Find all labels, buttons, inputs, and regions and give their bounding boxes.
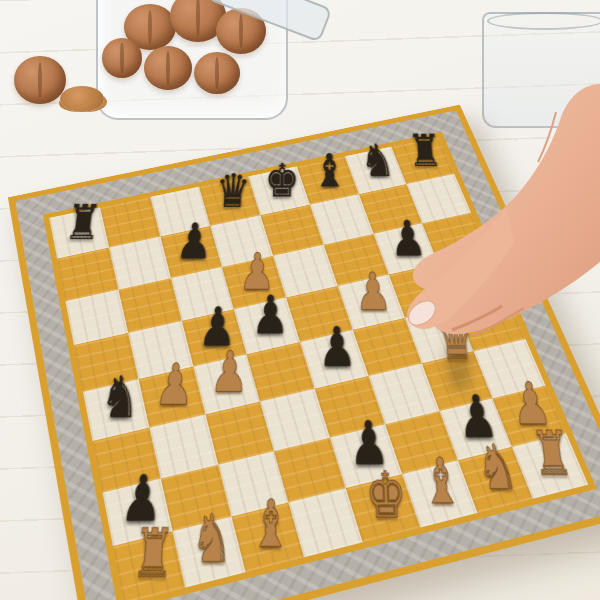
black-rook[interactable]: ♜ [61, 194, 104, 254]
black-pawn[interactable]: ♟ [317, 314, 356, 382]
white-knight[interactable]: ♞ [189, 498, 234, 580]
scene: ♜♛♚♝♞♜♟♟♟♟♟♟♟♞♟♟♟♛♟♟♟♟♜♞♝♚♝♞♜ [0, 0, 600, 600]
white-rook[interactable]: ♜ [129, 513, 177, 597]
drinking-glass [482, 12, 600, 128]
white-knight[interactable]: ♞ [474, 430, 522, 507]
white-queen[interactable]: ♛ [434, 304, 480, 376]
walnut-kernels [60, 86, 104, 112]
walnut [144, 46, 192, 90]
black-pawn[interactable]: ♟ [250, 283, 288, 349]
white-pawn[interactable]: ♟ [354, 260, 393, 324]
white-rook[interactable]: ♜ [527, 416, 576, 492]
white-king[interactable]: ♚ [364, 457, 408, 536]
white-bishop[interactable]: ♝ [249, 484, 291, 565]
black-knight[interactable]: ♞ [97, 363, 142, 435]
walnut [102, 38, 142, 78]
black-king[interactable]: ♚ [264, 153, 299, 210]
white-pawn[interactable]: ♟ [453, 238, 495, 301]
black-rook[interactable]: ♜ [406, 124, 444, 179]
black-pawn[interactable]: ♟ [388, 209, 427, 270]
black-knight[interactable]: ♞ [359, 134, 396, 190]
chess-board-wrap: ♜♛♚♝♞♜♟♟♟♟♟♟♟♞♟♟♟♛♟♟♟♟♜♞♝♚♝♞♜ [8, 105, 600, 600]
white-pawn[interactable]: ♟ [153, 351, 196, 422]
white-bishop[interactable]: ♝ [419, 443, 465, 521]
black-bishop[interactable]: ♝ [312, 144, 347, 200]
black-queen[interactable]: ♛ [214, 163, 251, 221]
white-pawn[interactable]: ♟ [209, 338, 250, 408]
black-pawn[interactable]: ♟ [174, 212, 213, 273]
chess-board: ♜♛♚♝♞♜♟♟♟♟♟♟♟♞♟♟♟♛♟♟♟♟♜♞♝♚♝♞♜ [43, 132, 597, 600]
walnut [194, 52, 240, 94]
loose-walnut [14, 56, 66, 104]
board-border: ♜♛♚♝♞♜♟♟♟♟♟♟♟♞♟♟♟♛♟♟♟♟♜♞♝♚♝♞♜ [8, 105, 600, 600]
